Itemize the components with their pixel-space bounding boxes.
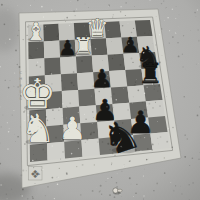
border-mark xyxy=(76,166,77,167)
white-knight-glyph: ♞ xyxy=(21,106,56,151)
square-c4 xyxy=(62,90,79,108)
white-pawn-glyph: ♟ xyxy=(58,110,86,146)
piece-white-pawn-c2: ♟ xyxy=(58,110,86,146)
border-mark xyxy=(94,164,95,165)
border-mark xyxy=(164,157,165,158)
white-bishop-glyph: ♝ xyxy=(25,18,47,46)
chessboard-photo: CHESS ❖ ♝♛♟♜♟♞♟♜♚♟♞♟♟♞ xyxy=(0,0,200,200)
square-c5 xyxy=(61,73,78,91)
photo-canvas: CHESS ❖ ♝♛♟♜♟♞♟♜♚♟♞♟♟♞ xyxy=(0,0,200,200)
white-rook-glyph: ♜ xyxy=(73,32,94,59)
piece-black-pawn-e5: ♟ xyxy=(91,64,113,93)
piece-white-rook-d7: ♜ xyxy=(73,32,94,59)
compass-logo-icon: ❖ xyxy=(30,168,40,181)
piece-white-knight-a2: ♞ xyxy=(21,106,56,151)
piece-white-bishop-a8: ♝ xyxy=(25,18,47,46)
black-pawn-glyph: ♟ xyxy=(91,64,113,93)
border-mark xyxy=(59,168,60,169)
